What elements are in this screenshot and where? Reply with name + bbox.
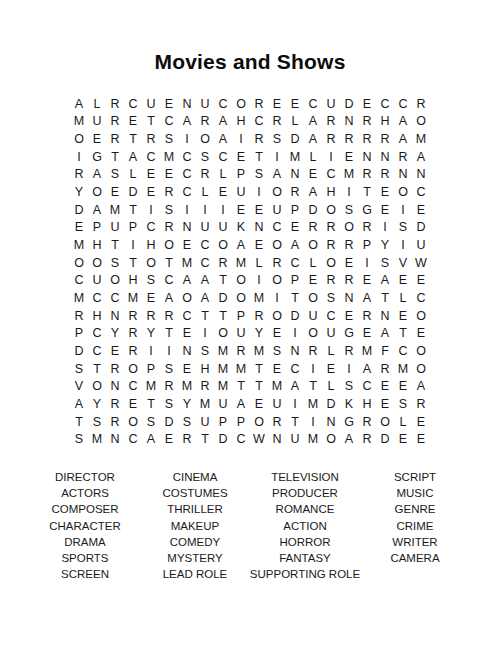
grid-cell-r17c12: M xyxy=(268,378,286,396)
grid-cell-r12c9: D xyxy=(214,289,232,307)
grid-cell-r10c17: I xyxy=(358,254,376,272)
grid-cell-r8c1: E xyxy=(70,219,88,237)
grid-cell-r20c10: C xyxy=(232,431,250,449)
grid-cell-r12c3: C xyxy=(106,289,124,307)
grid-cell-r16c4: O xyxy=(124,360,142,378)
grid-cell-r16c12: E xyxy=(268,360,286,378)
word-item-music: MUSIC xyxy=(360,486,470,502)
grid-cell-r9c5: H xyxy=(142,236,160,254)
grid-cell-r7c20: E xyxy=(412,201,430,219)
grid-cell-r15c14: R xyxy=(304,342,322,360)
grid-cell-r18c14: M xyxy=(304,395,322,413)
grid-cell-r13c14: U xyxy=(304,307,322,325)
grid-cell-r12c4: M xyxy=(124,289,142,307)
grid-cell-r13c8: T xyxy=(196,307,214,325)
grid-cell-r17c18: E xyxy=(376,378,394,396)
grid-cell-r2c8: R xyxy=(196,113,214,131)
grid-cell-r10c12: R xyxy=(268,254,286,272)
grid-cell-r8c6: R xyxy=(160,219,178,237)
grid-cell-r16c16: I xyxy=(340,360,358,378)
word-item-camera: CAMERA xyxy=(360,550,470,566)
grid-cell-r17c8: R xyxy=(196,378,214,396)
grid-cell-r20c8: T xyxy=(196,431,214,449)
grid-cell-r19c3: R xyxy=(106,413,124,431)
grid-cell-r2c1: M xyxy=(70,113,88,131)
grid-cell-r3c2: E xyxy=(88,130,106,148)
grid-cell-r20c2: M xyxy=(88,431,106,449)
grid-cell-r12c8: A xyxy=(196,289,214,307)
grid-cell-r6c8: L xyxy=(196,183,214,201)
grid-cell-r14c12: E xyxy=(268,325,286,343)
grid-cell-r10c8: C xyxy=(196,254,214,272)
grid-cell-r17c16: S xyxy=(340,378,358,396)
grid-cell-r14c20: E xyxy=(412,325,430,343)
grid-cell-r6c6: R xyxy=(160,183,178,201)
grid-cell-r1c11: R xyxy=(250,95,268,113)
grid-cell-r17c20: A xyxy=(412,378,430,396)
word-item-script: SCRIPT xyxy=(360,470,470,486)
grid-cell-r19c16: G xyxy=(340,413,358,431)
word-item-composer: COMPOSER xyxy=(30,502,140,518)
grid-cell-r4c14: L xyxy=(304,148,322,166)
word-item-drama: DRAMA xyxy=(30,534,140,550)
grid-cell-r15c5: I xyxy=(142,342,160,360)
grid-cell-r18c7: Y xyxy=(178,395,196,413)
grid-cell-r3c8: O xyxy=(196,130,214,148)
grid-cell-r3c16: R xyxy=(340,130,358,148)
grid-cell-r5c20: N xyxy=(412,166,430,184)
grid-cell-r10c5: O xyxy=(142,254,160,272)
grid-cell-r8c7: N xyxy=(178,219,196,237)
grid-cell-r15c19: C xyxy=(394,342,412,360)
grid-cell-r6c9: E xyxy=(214,183,232,201)
grid-cell-r20c11: W xyxy=(250,431,268,449)
grid-cell-r8c18: I xyxy=(376,219,394,237)
grid-cell-r4c17: N xyxy=(358,148,376,166)
grid-cell-r18c20: R xyxy=(412,395,430,413)
grid-cell-r10c10: M xyxy=(232,254,250,272)
grid-cell-r13c20: O xyxy=(412,307,430,325)
grid-cell-r2c2: U xyxy=(88,113,106,131)
word-item-writer: WRITER xyxy=(360,534,470,550)
grid-cell-r7c5: I xyxy=(142,201,160,219)
grid-cell-r4c20: A xyxy=(412,148,430,166)
grid-cell-r16c20: O xyxy=(412,360,430,378)
grid-cell-r1c17: E xyxy=(358,95,376,113)
grid-cell-r9c19: I xyxy=(394,236,412,254)
grid-cell-r20c15: O xyxy=(322,431,340,449)
grid-cell-r7c15: O xyxy=(322,201,340,219)
grid-cell-r6c13: R xyxy=(286,183,304,201)
grid-cell-r12c15: S xyxy=(322,289,340,307)
grid-cell-r18c13: I xyxy=(286,395,304,413)
grid-cell-r10c2: O xyxy=(88,254,106,272)
grid-cell-r19c14: I xyxy=(304,413,322,431)
grid-cell-r19c17: R xyxy=(358,413,376,431)
grid-cell-r18c3: R xyxy=(106,395,124,413)
grid-cell-r8c20: D xyxy=(412,219,430,237)
grid-cell-r9c20: U xyxy=(412,236,430,254)
grid-cell-r4c12: I xyxy=(268,148,286,166)
grid-cell-r15c20: O xyxy=(412,342,430,360)
grid-cell-r10c1: O xyxy=(70,254,88,272)
grid-cell-r6c17: T xyxy=(358,183,376,201)
grid-cell-r11c15: R xyxy=(322,272,340,290)
grid-cell-r19c12: R xyxy=(268,413,286,431)
grid-cell-r18c16: K xyxy=(340,395,358,413)
grid-cell-r2c4: E xyxy=(124,113,142,131)
grid-cell-r2c15: R xyxy=(322,113,340,131)
grid-cell-r17c1: V xyxy=(70,378,88,396)
grid-cell-r20c9: D xyxy=(214,431,232,449)
grid-cell-r16c3: R xyxy=(106,360,124,378)
grid-cell-r19c2: S xyxy=(88,413,106,431)
grid-cell-r2c18: H xyxy=(376,113,394,131)
grid-cell-r10c6: T xyxy=(160,254,178,272)
grid-cell-r9c9: O xyxy=(214,236,232,254)
grid-cell-r4c4: A xyxy=(124,148,142,166)
word-item-crime: CRIME xyxy=(360,518,470,534)
word-item-fantasy: FANTASY xyxy=(250,550,360,566)
grid-cell-r12c17: A xyxy=(358,289,376,307)
grid-cell-r1c19: C xyxy=(394,95,412,113)
grid-cell-r4c1: I xyxy=(70,148,88,166)
grid-cell-r18c10: A xyxy=(232,395,250,413)
grid-cell-r9c16: R xyxy=(340,236,358,254)
grid-cell-r14c13: I xyxy=(286,325,304,343)
grid-cell-r12c6: A xyxy=(160,289,178,307)
grid-cell-r18c5: T xyxy=(142,395,160,413)
grid-cell-r16c7: E xyxy=(178,360,196,378)
grid-cell-r4c2: G xyxy=(88,148,106,166)
grid-cell-r11c5: S xyxy=(142,272,160,290)
grid-cell-r20c17: R xyxy=(358,431,376,449)
grid-cell-r19c7: S xyxy=(178,413,196,431)
grid-cell-r9c7: E xyxy=(178,236,196,254)
grid-cell-r6c11: I xyxy=(250,183,268,201)
grid-cell-r7c3: M xyxy=(106,201,124,219)
grid-cell-r8c12: C xyxy=(268,219,286,237)
grid-cell-r14c19: T xyxy=(394,325,412,343)
grid-cell-r11c9: T xyxy=(214,272,232,290)
grid-cell-r17c14: T xyxy=(304,378,322,396)
word-item-empty xyxy=(360,567,470,583)
grid-cell-r1c1: A xyxy=(70,95,88,113)
grid-cell-r3c12: S xyxy=(268,130,286,148)
grid-cell-r9c12: O xyxy=(268,236,286,254)
grid-cell-r18c2: Y xyxy=(88,395,106,413)
grid-cell-r16c8: H xyxy=(196,360,214,378)
grid-cell-r7c1: D xyxy=(70,201,88,219)
grid-cell-r15c15: L xyxy=(322,342,340,360)
grid-cell-r4c9: C xyxy=(214,148,232,166)
grid-cell-r16c5: P xyxy=(142,360,160,378)
word-item-actors: ACTORS xyxy=(30,486,140,502)
grid-cell-r14c5: Y xyxy=(142,325,160,343)
grid-cell-r14c14: O xyxy=(304,325,322,343)
grid-cell-r11c19: E xyxy=(394,272,412,290)
grid-cell-r14c18: A xyxy=(376,325,394,343)
grid-cell-r9c10: A xyxy=(232,236,250,254)
grid-cell-r6c1: Y xyxy=(70,183,88,201)
grid-cell-r5c18: R xyxy=(376,166,394,184)
grid-cell-r8c3: U xyxy=(106,219,124,237)
grid-cell-r8c9: U xyxy=(214,219,232,237)
grid-cell-r16c10: M xyxy=(232,360,250,378)
grid-cell-r11c20: E xyxy=(412,272,430,290)
grid-cell-r1c9: C xyxy=(214,95,232,113)
grid-cell-r6c3: E xyxy=(106,183,124,201)
grid-cell-r12c12: I xyxy=(268,289,286,307)
grid-cell-r18c11: E xyxy=(250,395,268,413)
grid-cell-r11c11: I xyxy=(250,272,268,290)
grid-cell-r9c14: O xyxy=(304,236,322,254)
grid-cell-r5c19: N xyxy=(394,166,412,184)
grid-cell-r6c14: A xyxy=(304,183,322,201)
grid-cell-r12c16: N xyxy=(340,289,358,307)
grid-cell-r15c9: M xyxy=(214,342,232,360)
grid-cell-r2c6: C xyxy=(160,113,178,131)
grid-cell-r15c6: I xyxy=(160,342,178,360)
grid-cell-r9c1: M xyxy=(70,236,88,254)
grid-cell-r12c11: M xyxy=(250,289,268,307)
grid-cell-r19c6: D xyxy=(160,413,178,431)
grid-cell-r4c15: I xyxy=(322,148,340,166)
grid-cell-r15c1: D xyxy=(70,342,88,360)
grid-cell-r19c10: P xyxy=(232,413,250,431)
grid-cell-r19c4: O xyxy=(124,413,142,431)
grid-cell-r16c9: M xyxy=(214,360,232,378)
grid-cell-r2c16: N xyxy=(340,113,358,131)
grid-cell-r7c10: E xyxy=(232,201,250,219)
grid-cell-r15c10: R xyxy=(232,342,250,360)
grid-cell-r20c19: E xyxy=(394,431,412,449)
word-item-comedy: COMEDY xyxy=(140,534,250,550)
grid-cell-r4c10: E xyxy=(232,148,250,166)
grid-cell-r1c16: D xyxy=(340,95,358,113)
grid-cell-r17c9: M xyxy=(214,378,232,396)
grid-cell-r7c8: I xyxy=(196,201,214,219)
grid-cell-r10c4: T xyxy=(124,254,142,272)
word-item-mystery: MYSTERY xyxy=(140,550,250,566)
grid-cell-r11c17: E xyxy=(358,272,376,290)
grid-cell-r2c19: A xyxy=(394,113,412,131)
grid-cell-r18c4: E xyxy=(124,395,142,413)
grid-cell-r5c6: E xyxy=(160,166,178,184)
grid-cell-r14c3: Y xyxy=(106,325,124,343)
grid-cell-r13c19: E xyxy=(394,307,412,325)
grid-cell-r3c17: R xyxy=(358,130,376,148)
grid-cell-r5c13: N xyxy=(286,166,304,184)
grid-cell-r16c1: S xyxy=(70,360,88,378)
word-item-action: ACTION xyxy=(250,518,360,534)
grid-cell-r5c16: M xyxy=(340,166,358,184)
grid-cell-r6c20: C xyxy=(412,183,430,201)
grid-cell-r5c14: E xyxy=(304,166,322,184)
grid-cell-r10c19: V xyxy=(394,254,412,272)
grid-cell-r10c9: R xyxy=(214,254,232,272)
grid-cell-r8c2: P xyxy=(88,219,106,237)
word-item-supporting-role: SUPPORTING ROLE xyxy=(250,567,360,583)
grid-cell-r11c16: R xyxy=(340,272,358,290)
grid-cell-r13c4: R xyxy=(124,307,142,325)
grid-cell-r12c20: C xyxy=(412,289,430,307)
grid-cell-r8c11: N xyxy=(250,219,268,237)
grid-cell-r15c3: E xyxy=(106,342,124,360)
grid-cell-r5c12: A xyxy=(268,166,286,184)
grid-cell-r5c1: R xyxy=(70,166,88,184)
grid-cell-r13c6: R xyxy=(160,307,178,325)
grid-cell-r9c8: C xyxy=(196,236,214,254)
grid-cell-r18c18: E xyxy=(376,395,394,413)
grid-cell-r15c2: C xyxy=(88,342,106,360)
grid-cell-r15c18: F xyxy=(376,342,394,360)
grid-cell-r6c4: D xyxy=(124,183,142,201)
grid-cell-r1c13: E xyxy=(286,95,304,113)
grid-cell-r7c7: I xyxy=(178,201,196,219)
grid-cell-r12c5: E xyxy=(142,289,160,307)
grid-cell-r7c2: A xyxy=(88,201,106,219)
grid-cell-r15c13: N xyxy=(286,342,304,360)
grid-cell-r8c8: U xyxy=(196,219,214,237)
word-item-cinema: CINEMA xyxy=(140,470,250,486)
grid-cell-r20c12: N xyxy=(268,431,286,449)
word-item-screen: SCREEN xyxy=(30,567,140,583)
grid-cell-r15c12: S xyxy=(268,342,286,360)
grid-cell-r17c6: R xyxy=(160,378,178,396)
grid-cell-r8c19: S xyxy=(394,219,412,237)
grid-cell-r12c7: O xyxy=(178,289,196,307)
grid-cell-r7c9: I xyxy=(214,201,232,219)
grid-cell-r6c12: O xyxy=(268,183,286,201)
grid-cell-r10c7: M xyxy=(178,254,196,272)
grid-cell-r19c18: O xyxy=(376,413,394,431)
grid-cell-r4c16: E xyxy=(340,148,358,166)
grid-cell-r20c13: U xyxy=(286,431,304,449)
grid-cell-r11c13: P xyxy=(286,272,304,290)
grid-cell-r11c1: C xyxy=(70,272,88,290)
grid-cell-r2c3: R xyxy=(106,113,124,131)
word-search-page: Movies and Shows ALRCUENUCOREECUDECCRMUR… xyxy=(0,0,500,647)
grid-cell-r11c8: A xyxy=(196,272,214,290)
grid-cell-r2c7: A xyxy=(178,113,196,131)
grid-cell-r10c16: E xyxy=(340,254,358,272)
grid-cell-r9c18: Y xyxy=(376,236,394,254)
grid-cell-r17c3: N xyxy=(106,378,124,396)
grid-cell-r20c20: E xyxy=(412,431,430,449)
grid-cell-r1c12: E xyxy=(268,95,286,113)
grid-cell-r4c18: N xyxy=(376,148,394,166)
grid-cell-r16c6: S xyxy=(160,360,178,378)
grid-cell-r3c3: R xyxy=(106,130,124,148)
grid-cell-r1c15: U xyxy=(322,95,340,113)
grid-cell-r20c1: S xyxy=(70,431,88,449)
grid-cell-r20c16: A xyxy=(340,431,358,449)
grid-cell-r3c19: A xyxy=(394,130,412,148)
grid-cell-r20c3: N xyxy=(106,431,124,449)
grid-cell-r16c18: R xyxy=(376,360,394,378)
grid-cell-r16c15: E xyxy=(322,360,340,378)
grid-cell-r17c19: E xyxy=(394,378,412,396)
grid-cell-r13c18: N xyxy=(376,307,394,325)
grid-cell-r6c10: U xyxy=(232,183,250,201)
grid-cell-r11c2: U xyxy=(88,272,106,290)
puzzle-title: Movies and Shows xyxy=(0,50,500,74)
grid-cell-r11c14: E xyxy=(304,272,322,290)
grid-cell-r3c4: T xyxy=(124,130,142,148)
grid-cell-r14c10: U xyxy=(232,325,250,343)
grid-cell-r9c2: H xyxy=(88,236,106,254)
grid-cell-r5c9: L xyxy=(214,166,232,184)
grid-cell-r1c2: L xyxy=(88,95,106,113)
grid-cell-r19c8: U xyxy=(196,413,214,431)
grid-cell-r18c19: S xyxy=(394,395,412,413)
word-item-television: TELEVISION xyxy=(250,470,360,486)
grid-cell-r3c5: R xyxy=(142,130,160,148)
grid-cell-r3c13: D xyxy=(286,130,304,148)
grid-cell-r15c17: M xyxy=(358,342,376,360)
grid-cell-r9c13: A xyxy=(286,236,304,254)
grid-cell-r18c9: U xyxy=(214,395,232,413)
grid-cell-r1c20: R xyxy=(412,95,430,113)
grid-cell-r19c5: S xyxy=(142,413,160,431)
grid-cell-r3c20: M xyxy=(412,130,430,148)
grid-cell-r7c18: E xyxy=(376,201,394,219)
grid-cell-r11c10: O xyxy=(232,272,250,290)
grid-cell-r4c5: C xyxy=(142,148,160,166)
grid-cell-r7c14: D xyxy=(304,201,322,219)
grid-cell-r14c6: T xyxy=(160,325,178,343)
grid-cell-r12c18: T xyxy=(376,289,394,307)
grid-cell-r2c5: T xyxy=(142,113,160,131)
grid-cell-r9c4: I xyxy=(124,236,142,254)
grid-cell-r13c12: O xyxy=(268,307,286,325)
grid-cell-r7c6: S xyxy=(160,201,178,219)
word-item-horror: HORROR xyxy=(250,534,360,550)
grid-cell-r1c4: C xyxy=(124,95,142,113)
grid-cell-r5c5: E xyxy=(142,166,160,184)
grid-cell-r4c19: R xyxy=(394,148,412,166)
grid-cell-r12c13: T xyxy=(286,289,304,307)
grid-cell-r12c19: L xyxy=(394,289,412,307)
grid-cell-r5c15: C xyxy=(322,166,340,184)
grid-cell-r4c6: M xyxy=(160,148,178,166)
grid-cell-r5c10: P xyxy=(232,166,250,184)
grid-cell-r6c7: C xyxy=(178,183,196,201)
grid-cell-r11c4: H xyxy=(124,272,142,290)
grid-cell-r11c7: A xyxy=(178,272,196,290)
grid-cell-r8c10: K xyxy=(232,219,250,237)
grid-cell-r17c4: C xyxy=(124,378,142,396)
grid-cell-r1c18: C xyxy=(376,95,394,113)
grid-cell-r20c6: E xyxy=(160,431,178,449)
grid-cell-r2c10: H xyxy=(232,113,250,131)
grid-cell-r3c1: O xyxy=(70,130,88,148)
grid-cell-r3c14: A xyxy=(304,130,322,148)
grid-cell-r18c17: H xyxy=(358,395,376,413)
grid-cell-r17c13: A xyxy=(286,378,304,396)
grid-cell-r10c11: L xyxy=(250,254,268,272)
grid-cell-r18c15: D xyxy=(322,395,340,413)
grid-cell-r5c4: L xyxy=(124,166,142,184)
grid-cell-r19c11: O xyxy=(250,413,268,431)
grid-cell-r4c13: M xyxy=(286,148,304,166)
grid-cell-r11c18: A xyxy=(376,272,394,290)
grid-cell-r2c12: R xyxy=(268,113,286,131)
grid-cell-r13c10: P xyxy=(232,307,250,325)
grid-cell-r10c13: C xyxy=(286,254,304,272)
grid-cell-r3c15: R xyxy=(322,130,340,148)
